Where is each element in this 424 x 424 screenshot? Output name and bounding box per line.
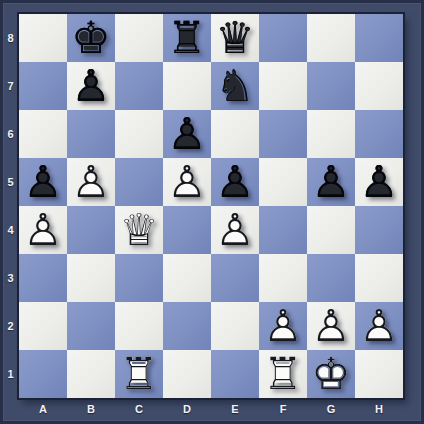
file-label-a: A <box>19 400 67 418</box>
square-a2[interactable] <box>19 302 67 350</box>
square-d1[interactable] <box>163 350 211 398</box>
black-pawn-outline-glyph: ♙ <box>307 158 355 206</box>
square-a7[interactable] <box>19 62 67 110</box>
square-a8[interactable] <box>19 14 67 62</box>
square-e5[interactable]: ♟♙ <box>211 158 259 206</box>
black-pawn[interactable]: ♟♙ <box>211 158 259 206</box>
square-d3[interactable] <box>163 254 211 302</box>
black-king-outline-glyph: ♔ <box>67 14 115 62</box>
square-d5[interactable]: ♟♙ <box>163 158 211 206</box>
rank-label-4: 4 <box>2 206 19 254</box>
square-b5[interactable]: ♟♙ <box>67 158 115 206</box>
white-pawn[interactable]: ♟♙ <box>211 206 259 254</box>
square-c5[interactable] <box>115 158 163 206</box>
square-b7[interactable]: ♟♙ <box>67 62 115 110</box>
black-knight[interactable]: ♞♘ <box>211 62 259 110</box>
square-f1[interactable]: ♜♖ <box>259 350 307 398</box>
square-f3[interactable] <box>259 254 307 302</box>
square-a1[interactable] <box>19 350 67 398</box>
square-h4[interactable] <box>355 206 403 254</box>
white-pawn-outline-glyph: ♙ <box>259 302 307 350</box>
white-rook[interactable]: ♜♖ <box>259 350 307 398</box>
square-a3[interactable] <box>19 254 67 302</box>
square-d2[interactable] <box>163 302 211 350</box>
black-rook[interactable]: ♜♖ <box>163 14 211 62</box>
square-b6[interactable] <box>67 110 115 158</box>
black-pawn[interactable]: ♟♙ <box>67 62 115 110</box>
square-e7[interactable]: ♞♘ <box>211 62 259 110</box>
file-label-d: D <box>163 400 211 418</box>
square-g4[interactable] <box>307 206 355 254</box>
square-h8[interactable] <box>355 14 403 62</box>
white-king[interactable]: ♚♔ <box>307 350 355 398</box>
square-g6[interactable] <box>307 110 355 158</box>
white-pawn[interactable]: ♟♙ <box>19 206 67 254</box>
white-pawn-outline-glyph: ♙ <box>307 302 355 350</box>
white-queen-outline-glyph: ♕ <box>115 206 163 254</box>
square-a5[interactable]: ♟♙ <box>19 158 67 206</box>
square-b8[interactable]: ♚♔ <box>67 14 115 62</box>
square-f4[interactable] <box>259 206 307 254</box>
square-c8[interactable] <box>115 14 163 62</box>
square-f5[interactable] <box>259 158 307 206</box>
square-e6[interactable] <box>211 110 259 158</box>
white-pawn[interactable]: ♟♙ <box>259 302 307 350</box>
square-g1[interactable]: ♚♔ <box>307 350 355 398</box>
square-d6[interactable]: ♟♙ <box>163 110 211 158</box>
square-f6[interactable] <box>259 110 307 158</box>
square-c6[interactable] <box>115 110 163 158</box>
white-pawn[interactable]: ♟♙ <box>355 302 403 350</box>
black-pawn-outline-glyph: ♙ <box>19 158 67 206</box>
black-queen-outline-glyph: ♕ <box>211 14 259 62</box>
board-frame: 87654321 ♚♔♜♖♛♕♟♙♞♘♟♙♟♙♟♙♟♙♟♙♟♙♟♙♟♙♛♕♟♙♟… <box>0 0 424 424</box>
square-d7[interactable] <box>163 62 211 110</box>
square-h1[interactable] <box>355 350 403 398</box>
black-rook-outline-glyph: ♖ <box>163 14 211 62</box>
black-pawn[interactable]: ♟♙ <box>307 158 355 206</box>
file-label-h: H <box>355 400 403 418</box>
black-pawn[interactable]: ♟♙ <box>355 158 403 206</box>
square-a4[interactable]: ♟♙ <box>19 206 67 254</box>
square-f7[interactable] <box>259 62 307 110</box>
rank-label-3: 3 <box>2 254 19 302</box>
black-pawn[interactable]: ♟♙ <box>19 158 67 206</box>
square-b3[interactable] <box>67 254 115 302</box>
white-pawn[interactable]: ♟♙ <box>163 158 211 206</box>
rank-label-7: 7 <box>2 62 19 110</box>
white-pawn-outline-glyph: ♙ <box>19 206 67 254</box>
rank-labels: 87654321 <box>2 14 19 398</box>
square-g8[interactable] <box>307 14 355 62</box>
square-h5[interactable]: ♟♙ <box>355 158 403 206</box>
square-d8[interactable]: ♜♖ <box>163 14 211 62</box>
square-h2[interactable]: ♟♙ <box>355 302 403 350</box>
square-h7[interactable] <box>355 62 403 110</box>
square-e3[interactable] <box>211 254 259 302</box>
white-pawn[interactable]: ♟♙ <box>67 158 115 206</box>
square-h6[interactable] <box>355 110 403 158</box>
square-f2[interactable]: ♟♙ <box>259 302 307 350</box>
square-g5[interactable]: ♟♙ <box>307 158 355 206</box>
square-e8[interactable]: ♛♕ <box>211 14 259 62</box>
square-b1[interactable] <box>67 350 115 398</box>
square-g2[interactable]: ♟♙ <box>307 302 355 350</box>
white-rook-outline-glyph: ♖ <box>259 350 307 398</box>
square-c3[interactable] <box>115 254 163 302</box>
white-queen[interactable]: ♛♕ <box>115 206 163 254</box>
square-c2[interactable] <box>115 302 163 350</box>
square-d4[interactable] <box>163 206 211 254</box>
file-label-c: C <box>115 400 163 418</box>
square-b2[interactable] <box>67 302 115 350</box>
square-h3[interactable] <box>355 254 403 302</box>
square-g7[interactable] <box>307 62 355 110</box>
square-c4[interactable]: ♛♕ <box>115 206 163 254</box>
white-pawn-outline-glyph: ♙ <box>67 158 115 206</box>
white-pawn-outline-glyph: ♙ <box>163 158 211 206</box>
square-e1[interactable] <box>211 350 259 398</box>
black-king[interactable]: ♚♔ <box>67 14 115 62</box>
file-label-f: F <box>259 400 307 418</box>
file-labels: ABCDEFGH <box>19 400 403 418</box>
rank-label-8: 8 <box>2 14 19 62</box>
file-label-b: B <box>67 400 115 418</box>
square-e2[interactable] <box>211 302 259 350</box>
rank-label-1: 1 <box>2 350 19 398</box>
square-e4[interactable]: ♟♙ <box>211 206 259 254</box>
chess-board[interactable]: ♚♔♜♖♛♕♟♙♞♘♟♙♟♙♟♙♟♙♟♙♟♙♟♙♟♙♛♕♟♙♟♙♟♙♟♙♜♖♜♖… <box>19 14 403 398</box>
black-pawn-outline-glyph: ♙ <box>355 158 403 206</box>
black-pawn-outline-glyph: ♙ <box>211 158 259 206</box>
black-pawn-outline-glyph: ♙ <box>67 62 115 110</box>
black-pawn[interactable]: ♟♙ <box>163 110 211 158</box>
black-queen[interactable]: ♛♕ <box>211 14 259 62</box>
square-c1[interactable]: ♜♖ <box>115 350 163 398</box>
rank-label-5: 5 <box>2 158 19 206</box>
square-g3[interactable] <box>307 254 355 302</box>
square-a6[interactable] <box>19 110 67 158</box>
black-pawn-outline-glyph: ♙ <box>163 110 211 158</box>
square-c7[interactable] <box>115 62 163 110</box>
white-rook-outline-glyph: ♖ <box>115 350 163 398</box>
white-pawn-outline-glyph: ♙ <box>355 302 403 350</box>
file-label-e: E <box>211 400 259 418</box>
white-pawn-outline-glyph: ♙ <box>211 206 259 254</box>
white-king-outline-glyph: ♔ <box>307 350 355 398</box>
square-b4[interactable] <box>67 206 115 254</box>
file-label-g: G <box>307 400 355 418</box>
white-rook[interactable]: ♜♖ <box>115 350 163 398</box>
white-pawn[interactable]: ♟♙ <box>307 302 355 350</box>
square-f8[interactable] <box>259 14 307 62</box>
rank-label-2: 2 <box>2 302 19 350</box>
rank-label-6: 6 <box>2 110 19 158</box>
black-knight-outline-glyph: ♘ <box>211 62 259 110</box>
